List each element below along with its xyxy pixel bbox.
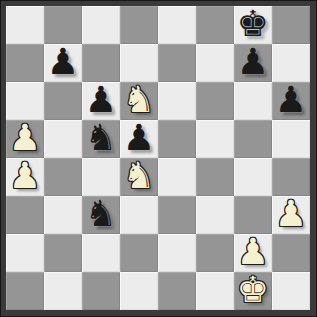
square-g1[interactable]: ♚ (234, 272, 272, 310)
square-a7[interactable] (6, 44, 44, 82)
black-pawn-piece: ♟ (237, 44, 269, 81)
square-g7[interactable]: ♟ (234, 44, 272, 82)
square-e6[interactable] (158, 82, 196, 120)
square-f6[interactable] (196, 82, 234, 120)
square-c7[interactable] (82, 44, 120, 82)
white-knight-piece: ♞ (123, 82, 155, 119)
black-pawn-piece: ♟ (85, 82, 117, 119)
square-c4[interactable] (82, 158, 120, 196)
square-c6[interactable]: ♟ (82, 82, 120, 120)
square-b8[interactable] (44, 6, 82, 44)
square-c1[interactable] (82, 272, 120, 310)
square-f5[interactable] (196, 120, 234, 158)
square-h6[interactable]: ♟ (272, 82, 310, 120)
square-a2[interactable] (6, 234, 44, 272)
square-h4[interactable] (272, 158, 310, 196)
white-king-piece: ♚ (237, 272, 269, 309)
square-b5[interactable] (44, 120, 82, 158)
square-b7[interactable]: ♟ (44, 44, 82, 82)
square-f8[interactable] (196, 6, 234, 44)
white-pawn-piece: ♟ (9, 120, 41, 157)
square-g2[interactable]: ♟ (234, 234, 272, 272)
square-b4[interactable] (44, 158, 82, 196)
chess-board: ♚♟♟♟♞♟♟♞♟♟♞♞♟♟♚ (6, 6, 310, 310)
square-d8[interactable] (120, 6, 158, 44)
square-f7[interactable] (196, 44, 234, 82)
square-c5[interactable]: ♞ (82, 120, 120, 158)
black-knight-piece: ♞ (85, 196, 117, 233)
square-h8[interactable] (272, 6, 310, 44)
square-e5[interactable] (158, 120, 196, 158)
square-h3[interactable]: ♟ (272, 196, 310, 234)
square-c2[interactable] (82, 234, 120, 272)
square-f4[interactable] (196, 158, 234, 196)
square-a5[interactable]: ♟ (6, 120, 44, 158)
square-a6[interactable] (6, 82, 44, 120)
square-a8[interactable] (6, 6, 44, 44)
square-e7[interactable] (158, 44, 196, 82)
square-g8[interactable]: ♚ (234, 6, 272, 44)
square-c3[interactable]: ♞ (82, 196, 120, 234)
square-g6[interactable] (234, 82, 272, 120)
white-pawn-piece: ♟ (275, 196, 307, 233)
black-pawn-piece: ♟ (47, 44, 79, 81)
square-h7[interactable] (272, 44, 310, 82)
black-king-piece: ♚ (237, 6, 269, 43)
square-b6[interactable] (44, 82, 82, 120)
square-c8[interactable] (82, 6, 120, 44)
square-h2[interactable] (272, 234, 310, 272)
square-d2[interactable] (120, 234, 158, 272)
square-f1[interactable] (196, 272, 234, 310)
square-e8[interactable] (158, 6, 196, 44)
square-d3[interactable] (120, 196, 158, 234)
white-pawn-piece: ♟ (237, 234, 269, 271)
square-g3[interactable] (234, 196, 272, 234)
square-d1[interactable] (120, 272, 158, 310)
square-a1[interactable] (6, 272, 44, 310)
square-b3[interactable] (44, 196, 82, 234)
square-a3[interactable] (6, 196, 44, 234)
square-d5[interactable]: ♟ (120, 120, 158, 158)
square-h1[interactable] (272, 272, 310, 310)
square-f3[interactable] (196, 196, 234, 234)
square-e2[interactable] (158, 234, 196, 272)
square-a4[interactable]: ♟ (6, 158, 44, 196)
black-pawn-piece: ♟ (123, 120, 155, 157)
square-b1[interactable] (44, 272, 82, 310)
square-d4[interactable]: ♞ (120, 158, 158, 196)
square-e1[interactable] (158, 272, 196, 310)
square-d7[interactable] (120, 44, 158, 82)
square-f2[interactable] (196, 234, 234, 272)
square-e4[interactable] (158, 158, 196, 196)
black-knight-piece: ♞ (85, 120, 117, 157)
square-g5[interactable] (234, 120, 272, 158)
square-h5[interactable] (272, 120, 310, 158)
white-pawn-piece: ♟ (9, 158, 41, 195)
square-b2[interactable] (44, 234, 82, 272)
square-d6[interactable]: ♞ (120, 82, 158, 120)
black-pawn-piece: ♟ (275, 82, 307, 119)
board-frame: ♚♟♟♟♞♟♟♞♟♟♞♞♟♟♚ (0, 0, 317, 317)
white-knight-piece: ♞ (123, 158, 155, 195)
square-e3[interactable] (158, 196, 196, 234)
square-g4[interactable] (234, 158, 272, 196)
